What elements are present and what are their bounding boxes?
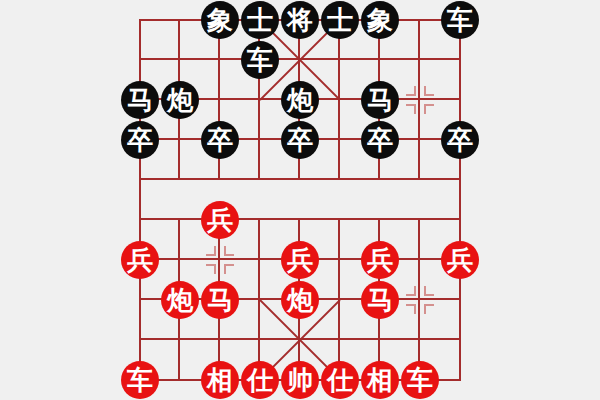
- piece-red-soldier[interactable]: 兵: [201, 201, 239, 239]
- piece-red-elephant[interactable]: 相: [361, 361, 399, 399]
- piece-black-horse[interactable]: 马: [121, 81, 159, 119]
- piece-red-horse[interactable]: 马: [201, 281, 239, 319]
- app-background: 象士将士象车车马炮炮马卒卒卒卒卒兵兵兵兵兵炮马炮马车相仕帅仕相车: [0, 0, 600, 400]
- piece-black-cannon[interactable]: 炮: [161, 81, 199, 119]
- piece-red-soldier[interactable]: 兵: [281, 241, 319, 279]
- piece-red-cannon[interactable]: 炮: [161, 281, 199, 319]
- piece-black-horse[interactable]: 马: [361, 81, 399, 119]
- piece-red-chariot[interactable]: 车: [401, 361, 439, 399]
- piece-black-general[interactable]: 将: [281, 1, 319, 39]
- piece-black-cannon[interactable]: 炮: [281, 81, 319, 119]
- piece-black-advisor[interactable]: 士: [321, 1, 359, 39]
- palace-diagonals: [140, 20, 460, 380]
- piece-black-advisor[interactable]: 士: [241, 1, 279, 39]
- piece-black-soldier[interactable]: 卒: [121, 121, 159, 159]
- piece-red-soldier[interactable]: 兵: [361, 241, 399, 279]
- piece-black-elephant[interactable]: 象: [361, 1, 399, 39]
- piece-black-soldier[interactable]: 卒: [281, 121, 319, 159]
- piece-black-chariot[interactable]: 车: [441, 1, 479, 39]
- piece-red-soldier[interactable]: 兵: [441, 241, 479, 279]
- piece-red-advisor[interactable]: 仕: [321, 361, 359, 399]
- piece-red-cannon[interactable]: 炮: [281, 281, 319, 319]
- piece-red-elephant[interactable]: 相: [201, 361, 239, 399]
- piece-black-elephant[interactable]: 象: [201, 1, 239, 39]
- xiangqi-board[interactable]: 象士将士象车车马炮炮马卒卒卒卒卒兵兵兵兵兵炮马炮马车相仕帅仕相车: [140, 20, 460, 380]
- piece-black-chariot[interactable]: 车: [241, 41, 279, 79]
- piece-black-soldier[interactable]: 卒: [201, 121, 239, 159]
- piece-red-soldier[interactable]: 兵: [121, 241, 159, 279]
- piece-black-soldier[interactable]: 卒: [441, 121, 479, 159]
- piece-black-soldier[interactable]: 卒: [361, 121, 399, 159]
- piece-red-advisor[interactable]: 仕: [241, 361, 279, 399]
- piece-red-horse[interactable]: 马: [361, 281, 399, 319]
- piece-red-general[interactable]: 帅: [281, 361, 319, 399]
- piece-red-chariot[interactable]: 车: [121, 361, 159, 399]
